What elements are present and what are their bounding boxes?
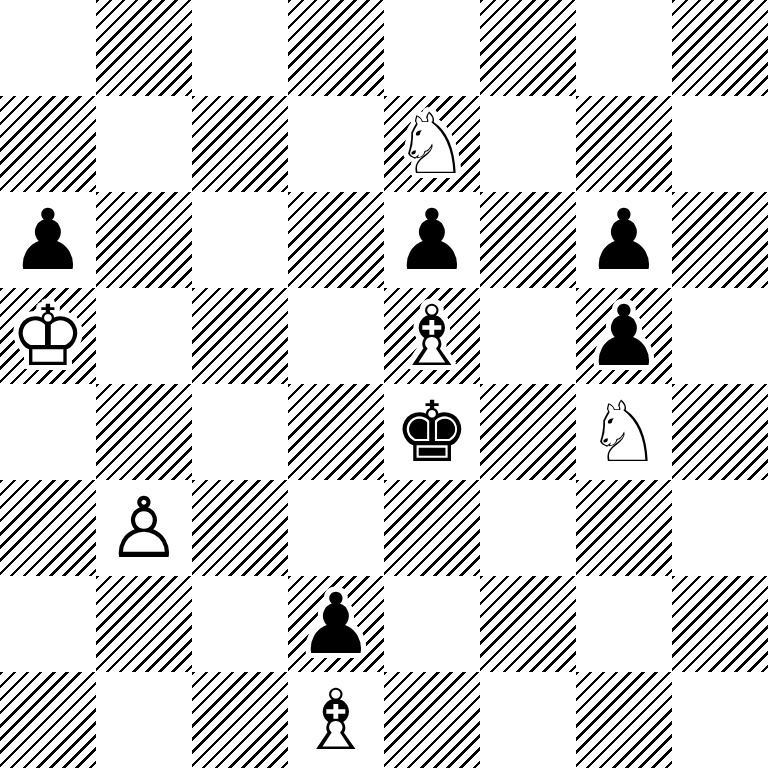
- white-king[interactable]: ♔: [0, 288, 96, 384]
- square-d8[interactable]: [288, 0, 384, 96]
- square-f5[interactable]: [480, 288, 576, 384]
- square-b1[interactable]: [96, 672, 192, 768]
- square-g3[interactable]: [576, 480, 672, 576]
- square-g8[interactable]: [576, 0, 672, 96]
- white-bishop[interactable]: ♗: [384, 288, 480, 384]
- black-king[interactable]: ♚: [384, 384, 480, 480]
- square-d6[interactable]: [288, 192, 384, 288]
- square-a8[interactable]: [0, 0, 96, 96]
- square-f8[interactable]: [480, 0, 576, 96]
- square-e4[interactable]: ♚♚: [384, 384, 480, 480]
- square-d7[interactable]: [288, 96, 384, 192]
- square-a2[interactable]: [0, 576, 96, 672]
- square-a3[interactable]: [0, 480, 96, 576]
- white-knight[interactable]: ♘: [576, 384, 672, 480]
- square-a5[interactable]: ♚♔: [0, 288, 96, 384]
- square-c1[interactable]: [192, 672, 288, 768]
- square-d1[interactable]: ♝♗: [288, 672, 384, 768]
- black-pawn[interactable]: ♟: [384, 192, 480, 288]
- square-g4[interactable]: ♞♘: [576, 384, 672, 480]
- square-g5[interactable]: ♟♟: [576, 288, 672, 384]
- black-pawn[interactable]: ♟: [576, 192, 672, 288]
- square-d2[interactable]: ♟♟: [288, 576, 384, 672]
- square-f3[interactable]: [480, 480, 576, 576]
- square-c7[interactable]: [192, 96, 288, 192]
- square-b3[interactable]: ♟♙: [96, 480, 192, 576]
- square-c2[interactable]: [192, 576, 288, 672]
- square-a4[interactable]: [0, 384, 96, 480]
- square-h1[interactable]: [672, 672, 768, 768]
- square-e3[interactable]: [384, 480, 480, 576]
- square-c6[interactable]: [192, 192, 288, 288]
- square-e7[interactable]: ♞♘: [384, 96, 480, 192]
- black-pawn[interactable]: ♟: [0, 192, 96, 288]
- square-e8[interactable]: [384, 0, 480, 96]
- square-h8[interactable]: [672, 0, 768, 96]
- white-knight[interactable]: ♘: [384, 96, 480, 192]
- square-b7[interactable]: [96, 96, 192, 192]
- square-b8[interactable]: [96, 0, 192, 96]
- square-f6[interactable]: [480, 192, 576, 288]
- square-h6[interactable]: [672, 192, 768, 288]
- square-e2[interactable]: [384, 576, 480, 672]
- square-b6[interactable]: [96, 192, 192, 288]
- square-f2[interactable]: [480, 576, 576, 672]
- square-c4[interactable]: [192, 384, 288, 480]
- square-b4[interactable]: [96, 384, 192, 480]
- square-d3[interactable]: [288, 480, 384, 576]
- square-b2[interactable]: [96, 576, 192, 672]
- square-g6[interactable]: ♟♟: [576, 192, 672, 288]
- square-g2[interactable]: [576, 576, 672, 672]
- white-bishop[interactable]: ♗: [288, 672, 384, 768]
- square-d4[interactable]: [288, 384, 384, 480]
- square-a6[interactable]: ♟♟: [0, 192, 96, 288]
- square-e6[interactable]: ♟♟: [384, 192, 480, 288]
- square-h7[interactable]: [672, 96, 768, 192]
- white-pawn[interactable]: ♙: [96, 480, 192, 576]
- square-g7[interactable]: [576, 96, 672, 192]
- square-d5[interactable]: [288, 288, 384, 384]
- black-pawn[interactable]: ♟: [288, 576, 384, 672]
- square-c3[interactable]: [192, 480, 288, 576]
- square-b5[interactable]: [96, 288, 192, 384]
- square-c5[interactable]: [192, 288, 288, 384]
- square-g1[interactable]: [576, 672, 672, 768]
- square-e5[interactable]: ♝♗: [384, 288, 480, 384]
- square-c8[interactable]: [192, 0, 288, 96]
- black-pawn[interactable]: ♟: [576, 288, 672, 384]
- square-f1[interactable]: [480, 672, 576, 768]
- square-h4[interactable]: [672, 384, 768, 480]
- square-h3[interactable]: [672, 480, 768, 576]
- square-f4[interactable]: [480, 384, 576, 480]
- square-h5[interactable]: [672, 288, 768, 384]
- square-a7[interactable]: [0, 96, 96, 192]
- square-h2[interactable]: [672, 576, 768, 672]
- square-f7[interactable]: [480, 96, 576, 192]
- square-a1[interactable]: [0, 672, 96, 768]
- square-e1[interactable]: [384, 672, 480, 768]
- chess-board: ♞♘♟♟♟♟♟♟♚♔♝♗♟♟♚♚♞♘♟♙♟♟♝♗: [0, 0, 768, 768]
